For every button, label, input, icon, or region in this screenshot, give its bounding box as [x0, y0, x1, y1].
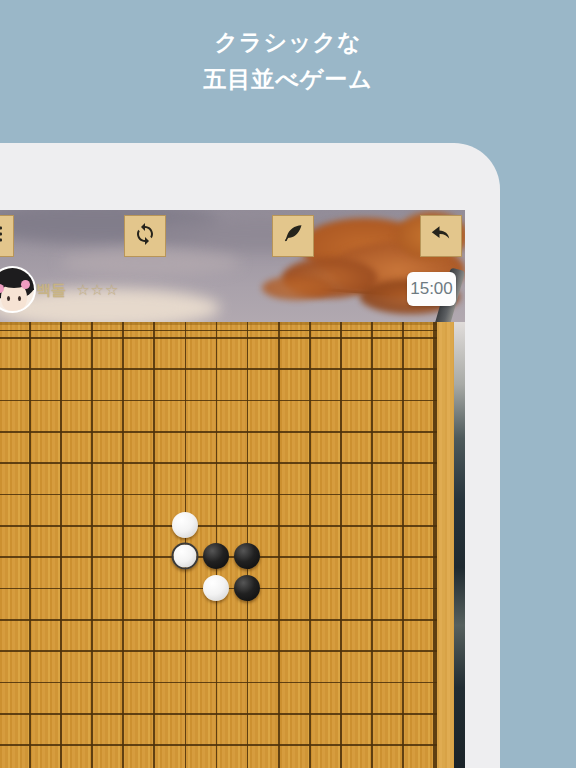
avatar-flower	[21, 280, 30, 289]
timer-badge: 15:00	[407, 272, 456, 306]
black-stone	[234, 543, 260, 569]
headline-line2: 五目並べゲーム	[0, 61, 576, 98]
cliff-photo-strip	[454, 322, 465, 768]
undo-arrow-icon	[429, 222, 453, 250]
black-stone	[234, 575, 260, 601]
player-label: 백돌 ☆☆☆	[36, 281, 120, 300]
headline-line1: クラシックな	[0, 24, 576, 61]
gomoku-board[interactable]	[0, 322, 455, 768]
restart-button[interactable]	[124, 215, 166, 257]
white-stone	[172, 512, 198, 538]
player-name: 백돌	[36, 281, 66, 298]
feather-quill-icon	[281, 222, 305, 250]
headline: クラシックな 五目並べゲーム	[0, 24, 576, 98]
hint-button[interactable]	[272, 215, 314, 257]
player-rating-stars: ☆☆☆	[76, 281, 119, 298]
timer-value: 15:00	[410, 279, 453, 299]
white-stone	[203, 575, 229, 601]
hamburger-menu-icon	[0, 222, 5, 250]
avatar-eye	[18, 296, 21, 301]
menu-button[interactable]	[0, 215, 14, 257]
app-store-screenshot-page: クラシックな 五目並べゲーム	[0, 0, 576, 768]
black-stone	[203, 543, 229, 569]
undo-button[interactable]	[420, 215, 462, 257]
avatar-eye	[7, 296, 10, 301]
refresh-sync-icon	[133, 222, 157, 250]
stones-layer	[0, 322, 455, 768]
gomoku-game-screenshot: 백돌 ☆☆☆ 15:00	[0, 210, 465, 768]
autumn-tree-foliage	[262, 276, 332, 300]
white-stone-last-move	[171, 543, 198, 570]
